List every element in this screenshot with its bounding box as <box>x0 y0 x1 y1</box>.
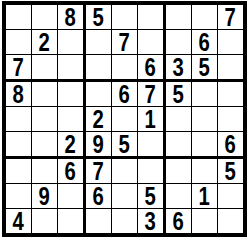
given-digit: 5 <box>225 159 236 184</box>
cell-r4c3[interactable] <box>58 82 86 107</box>
cell-r5c2[interactable] <box>32 107 58 132</box>
cell-r4c2[interactable] <box>32 82 58 107</box>
cell-r2c6[interactable] <box>138 30 166 55</box>
given-digit: 6 <box>225 132 236 158</box>
cell-r7c4[interactable]: 7 <box>86 159 112 184</box>
given-digit: 3 <box>173 55 184 81</box>
cell-r7c8[interactable] <box>192 159 218 184</box>
cell-r4c8[interactable] <box>192 82 218 107</box>
given-digit: 1 <box>199 184 210 209</box>
cell-r9c4[interactable] <box>86 209 112 233</box>
cell-r4c4[interactable] <box>86 82 112 107</box>
cell-r8c7[interactable] <box>166 184 192 209</box>
given-digit: 9 <box>93 132 104 158</box>
cell-r1c4[interactable]: 5 <box>86 5 112 30</box>
cell-r9c2[interactable] <box>32 209 58 233</box>
cell-r2c5[interactable]: 7 <box>112 30 138 55</box>
given-digit: 5 <box>199 55 210 81</box>
cell-r9c9[interactable] <box>218 209 243 233</box>
given-digit: 7 <box>225 5 236 30</box>
cell-r9c1[interactable]: 4 <box>6 209 32 233</box>
given-digit: 8 <box>65 5 76 30</box>
cell-r1c7[interactable] <box>166 5 192 30</box>
cell-r3c6[interactable]: 6 <box>138 55 166 82</box>
given-digit: 7 <box>145 82 156 107</box>
cell-r1c2[interactable] <box>32 5 58 30</box>
cell-r8c3[interactable] <box>58 184 86 209</box>
given-digit: 5 <box>145 184 156 209</box>
cell-r2c3[interactable] <box>58 30 86 55</box>
given-digit: 6 <box>145 55 156 81</box>
cell-r3c7[interactable]: 3 <box>166 55 192 82</box>
cell-r5c4[interactable]: 2 <box>86 107 112 132</box>
given-digit: 9 <box>39 184 50 209</box>
given-digit: 6 <box>199 30 210 55</box>
cell-r3c3[interactable] <box>58 55 86 82</box>
cell-r2c1[interactable] <box>6 30 32 55</box>
cell-r6c8[interactable] <box>192 132 218 159</box>
cell-r1c9[interactable]: 7 <box>218 5 243 30</box>
given-digit: 5 <box>173 82 184 107</box>
cell-r7c6[interactable] <box>138 159 166 184</box>
given-digit: 8 <box>13 82 24 107</box>
cell-r6c3[interactable]: 2 <box>58 132 86 159</box>
cell-r5c8[interactable] <box>192 107 218 132</box>
cell-r9c7[interactable]: 6 <box>166 209 192 233</box>
cell-r4c9[interactable] <box>218 82 243 107</box>
cell-r2c4[interactable] <box>86 30 112 55</box>
cell-r3c5[interactable] <box>112 55 138 82</box>
cell-r5c1[interactable] <box>6 107 32 132</box>
given-digit: 6 <box>93 184 104 209</box>
cell-r9c5[interactable] <box>112 209 138 233</box>
cell-r6c6[interactable] <box>138 132 166 159</box>
cell-r7c1[interactable] <box>6 159 32 184</box>
cell-r7c5[interactable] <box>112 159 138 184</box>
cell-r7c3[interactable]: 6 <box>58 159 86 184</box>
cell-r3c2[interactable] <box>32 55 58 82</box>
cell-r8c9[interactable] <box>218 184 243 209</box>
cell-r7c2[interactable] <box>32 159 58 184</box>
given-digit: 2 <box>65 132 76 158</box>
cell-r6c7[interactable] <box>166 132 192 159</box>
cell-r5c7[interactable] <box>166 107 192 132</box>
cell-r6c4[interactable]: 9 <box>86 132 112 159</box>
cell-r5c9[interactable] <box>218 107 243 132</box>
cell-r4c1[interactable]: 8 <box>6 82 32 107</box>
cell-r8c8[interactable]: 1 <box>192 184 218 209</box>
cell-r2c2[interactable]: 2 <box>32 30 58 55</box>
cell-r3c8[interactable]: 5 <box>192 55 218 82</box>
given-digit: 7 <box>93 159 104 184</box>
given-digit: 7 <box>13 55 24 81</box>
given-digit: 4 <box>13 209 24 233</box>
cell-r2c7[interactable] <box>166 30 192 55</box>
given-digit: 5 <box>119 132 130 158</box>
cell-r9c6[interactable]: 3 <box>138 209 166 233</box>
given-digit: 6 <box>65 159 76 184</box>
given-digit: 2 <box>93 107 104 132</box>
given-digit: 5 <box>93 5 104 30</box>
given-digit: 3 <box>145 209 156 233</box>
cell-r8c6[interactable]: 5 <box>138 184 166 209</box>
cell-r9c3[interactable] <box>58 209 86 233</box>
cell-r8c2[interactable]: 9 <box>32 184 58 209</box>
cell-r3c1[interactable]: 7 <box>6 55 32 82</box>
cell-r4c6[interactable]: 7 <box>138 82 166 107</box>
cell-r8c4[interactable]: 6 <box>86 184 112 209</box>
cell-r1c6[interactable] <box>138 5 166 30</box>
sudoku-board: 857276763586752129566759651436 <box>2 1 247 237</box>
cell-r3c9[interactable] <box>218 55 243 82</box>
cell-r4c5[interactable]: 6 <box>112 82 138 107</box>
given-digit: 7 <box>119 30 130 55</box>
cell-r6c2[interactable] <box>32 132 58 159</box>
cell-r8c1[interactable] <box>6 184 32 209</box>
cell-r1c8[interactable] <box>192 5 218 30</box>
cell-r7c9[interactable]: 5 <box>218 159 243 184</box>
cell-r5c5[interactable] <box>112 107 138 132</box>
cell-r6c1[interactable] <box>6 132 32 159</box>
cell-r4c7[interactable]: 5 <box>166 82 192 107</box>
cell-r5c3[interactable] <box>58 107 86 132</box>
given-digit: 6 <box>173 209 184 233</box>
cell-r1c5[interactable] <box>112 5 138 30</box>
given-digit: 2 <box>39 30 50 55</box>
cell-r3c4[interactable] <box>86 55 112 82</box>
cell-r2c8[interactable]: 6 <box>192 30 218 55</box>
cell-r1c1[interactable] <box>6 5 32 30</box>
cell-r9c8[interactable] <box>192 209 218 233</box>
cell-r2c9[interactable] <box>218 30 243 55</box>
given-digit: 6 <box>119 82 130 107</box>
cell-r7c7[interactable] <box>166 159 192 184</box>
cell-r5c6[interactable]: 1 <box>138 107 166 132</box>
cell-r1c3[interactable]: 8 <box>58 5 86 30</box>
given-digit: 1 <box>145 107 156 132</box>
cell-r6c9[interactable]: 6 <box>218 132 243 159</box>
cell-r6c5[interactable]: 5 <box>112 132 138 159</box>
cell-r8c5[interactable] <box>112 184 138 209</box>
